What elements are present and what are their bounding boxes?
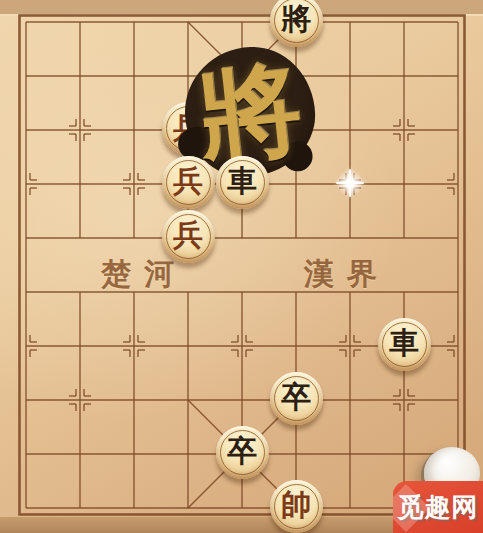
piece-red-帥[interactable]: 帥 <box>270 480 323 533</box>
river-label-chu-he: 楚河 <box>101 259 187 289</box>
piece-character: 兵 <box>173 166 203 196</box>
piece-black-車[interactable]: 車 <box>378 318 431 371</box>
sparkle-effect-icon <box>336 169 364 197</box>
piece-red-兵[interactable]: 兵 <box>162 156 215 209</box>
piece-black-卒[interactable]: 卒 <box>270 372 323 425</box>
piece-character: 車 <box>389 328 419 358</box>
piece-black-車[interactable]: 車 <box>216 156 269 209</box>
piece-character: 車 <box>227 166 257 196</box>
piece-character: 卒 <box>227 436 257 466</box>
piece-black-將[interactable]: 將 <box>270 0 323 47</box>
piece-character: 兵 <box>173 220 203 250</box>
xiangqi-app-screen: 楚河 漢界 將兵兵車兵車卒卒帥 將 觅趣网 <box>0 0 483 533</box>
river-label-han-jie: 漢界 <box>304 259 390 289</box>
piece-character: 帥 <box>281 490 311 520</box>
piece-character: 卒 <box>281 382 311 412</box>
piece-black-卒[interactable]: 卒 <box>216 426 269 479</box>
logo-general-character: 將 <box>194 56 306 168</box>
piece-red-兵[interactable]: 兵 <box>162 210 215 263</box>
watermark-banner: 觅趣网 <box>393 481 483 533</box>
piece-character: 將 <box>281 4 311 34</box>
